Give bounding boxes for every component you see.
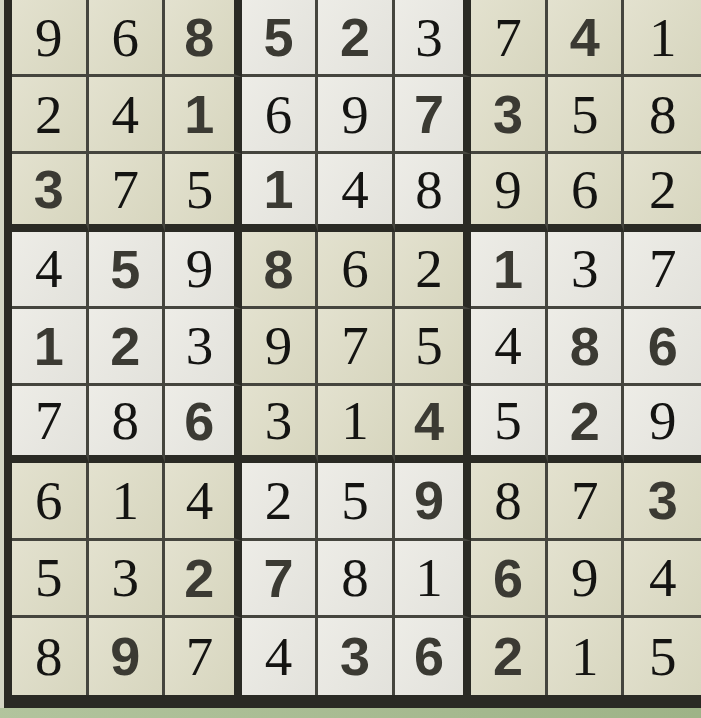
solution-digit: 7 (112, 162, 140, 217)
solution-digit: 2 (649, 162, 677, 217)
given-digit: 9 (414, 473, 444, 527)
cell-r9c3[interactable]: 7 (165, 618, 242, 695)
cell-r4c9[interactable]: 7 (624, 232, 701, 309)
cell-r5c2[interactable]: 2 (89, 309, 166, 386)
solution-digit: 9 (265, 318, 293, 373)
solution-digit: 8 (341, 550, 369, 605)
given-digit: 7 (414, 87, 444, 141)
solution-digit: 7 (649, 241, 677, 296)
cell-r5c4[interactable]: 9 (242, 309, 319, 386)
given-digit: 2 (493, 629, 523, 683)
given-digit: 9 (110, 629, 140, 683)
solution-digit: 1 (649, 10, 677, 65)
cell-r1c1[interactable]: 9 (12, 0, 89, 77)
given-digit: 6 (648, 319, 678, 373)
solution-digit: 1 (415, 550, 443, 605)
given-digit: 5 (110, 242, 140, 296)
cell-r4c8[interactable]: 3 (548, 232, 625, 309)
solution-digit: 8 (415, 162, 443, 217)
cell-r5c1[interactable]: 1 (12, 309, 89, 386)
cell-r9c8[interactable]: 1 (548, 618, 625, 695)
cell-r2c4[interactable]: 6 (242, 77, 319, 154)
cell-r6c4[interactable]: 3 (242, 386, 319, 463)
solution-digit: 1 (112, 473, 140, 528)
solution-digit: 6 (35, 473, 63, 528)
cell-r5c6[interactable]: 5 (395, 309, 472, 386)
cell-r6c7[interactable]: 5 (471, 386, 548, 463)
cell-r4c7[interactable]: 1 (471, 232, 548, 309)
given-digit: 6 (493, 551, 523, 605)
given-digit: 2 (340, 10, 370, 64)
cell-r8c9[interactable]: 4 (624, 541, 701, 618)
cell-r2c6[interactable]: 7 (395, 77, 472, 154)
cell-r6c9[interactable]: 9 (624, 386, 701, 463)
solution-digit: 2 (415, 241, 443, 296)
cell-r1c9[interactable]: 1 (624, 0, 701, 77)
cell-r1c7[interactable]: 7 (471, 0, 548, 77)
cell-r2c1[interactable]: 2 (12, 77, 89, 154)
cell-r8c3[interactable]: 2 (165, 541, 242, 618)
cell-r2c8[interactable]: 5 (548, 77, 625, 154)
cell-r5c3[interactable]: 3 (165, 309, 242, 386)
cell-r6c5[interactable]: 1 (318, 386, 395, 463)
solution-digit: 8 (494, 473, 522, 528)
cell-r7c4[interactable]: 2 (242, 463, 319, 540)
solution-digit: 5 (415, 318, 443, 373)
cell-r4c3[interactable]: 9 (165, 232, 242, 309)
cell-r7c1[interactable]: 6 (12, 463, 89, 540)
cell-r8c2[interactable]: 3 (89, 541, 166, 618)
cell-r5c7[interactable]: 4 (471, 309, 548, 386)
cell-r9c7[interactable]: 2 (471, 618, 548, 695)
cell-r5c9[interactable]: 6 (624, 309, 701, 386)
solution-digit: 7 (571, 473, 599, 528)
given-digit: 3 (493, 87, 523, 141)
given-digit: 8 (184, 10, 214, 64)
cell-r7c6[interactable]: 9 (395, 463, 472, 540)
cell-r4c2[interactable]: 5 (89, 232, 166, 309)
cell-r7c8[interactable]: 7 (548, 463, 625, 540)
cell-r7c9[interactable]: 3 (624, 463, 701, 540)
solution-digit: 3 (186, 318, 214, 373)
solution-digit: 9 (494, 162, 522, 217)
cell-r3c5[interactable]: 4 (318, 154, 395, 231)
given-digit: 3 (648, 473, 678, 527)
cell-r4c4[interactable]: 8 (242, 232, 319, 309)
cell-r6c2[interactable]: 8 (89, 386, 166, 463)
cell-r1c2[interactable]: 6 (89, 0, 166, 77)
given-digit: 3 (34, 162, 64, 216)
solution-digit: 4 (341, 162, 369, 217)
cell-r8c6[interactable]: 1 (395, 541, 472, 618)
cell-r2c3[interactable]: 1 (165, 77, 242, 154)
sudoku-board-frame: 9685237412416973583751489624598621371239… (4, 0, 701, 708)
cell-r7c5[interactable]: 5 (318, 463, 395, 540)
solution-digit: 5 (186, 162, 214, 217)
solution-digit: 5 (649, 629, 677, 684)
given-digit: 1 (184, 87, 214, 141)
given-digit: 2 (184, 551, 214, 605)
cell-r3c8[interactable]: 6 (548, 154, 625, 231)
cell-r2c9[interactable]: 8 (624, 77, 701, 154)
cell-r3c9[interactable]: 2 (624, 154, 701, 231)
given-digit: 2 (110, 319, 140, 373)
cell-r4c5[interactable]: 6 (318, 232, 395, 309)
solution-digit: 3 (265, 393, 293, 448)
solution-digit: 5 (341, 473, 369, 528)
cell-r3c1[interactable]: 3 (12, 154, 89, 231)
solution-digit: 3 (112, 550, 140, 605)
cell-r9c9[interactable]: 5 (624, 618, 701, 695)
solution-digit: 5 (494, 393, 522, 448)
given-digit: 6 (184, 394, 214, 448)
solution-digit: 4 (35, 241, 63, 296)
solution-digit: 9 (571, 550, 599, 605)
sudoku-board: 9685237412416973583751489624598621371239… (12, 0, 701, 695)
scanned-newspaper-page: 9685237412416973583751489624598621371239… (0, 0, 701, 718)
solution-digit: 7 (341, 318, 369, 373)
solution-digit: 6 (112, 10, 140, 65)
cell-r7c7[interactable]: 8 (471, 463, 548, 540)
cell-r3c2[interactable]: 7 (89, 154, 166, 231)
cell-r9c1[interactable]: 8 (12, 618, 89, 695)
cell-r4c6[interactable]: 2 (395, 232, 472, 309)
solution-digit: 5 (571, 87, 599, 142)
given-digit: 4 (414, 394, 444, 448)
cell-r1c3[interactable]: 8 (165, 0, 242, 77)
cell-r8c7[interactable]: 6 (471, 541, 548, 618)
solution-digit: 6 (265, 87, 293, 142)
given-digit: 4 (570, 10, 600, 64)
solution-digit: 3 (571, 241, 599, 296)
cell-r7c3[interactable]: 4 (165, 463, 242, 540)
cell-r1c8[interactable]: 4 (548, 0, 625, 77)
given-digit: 3 (340, 629, 370, 683)
solution-digit: 9 (341, 87, 369, 142)
solution-digit: 8 (649, 87, 677, 142)
given-digit: 1 (34, 319, 64, 373)
solution-digit: 5 (35, 550, 63, 605)
cell-r1c5[interactable]: 2 (318, 0, 395, 77)
given-digit: 1 (263, 162, 293, 216)
solution-digit: 7 (494, 10, 522, 65)
cell-r2c5[interactable]: 9 (318, 77, 395, 154)
cell-r3c6[interactable]: 8 (395, 154, 472, 231)
solution-digit: 1 (571, 629, 599, 684)
cell-r6c8[interactable]: 2 (548, 386, 625, 463)
cell-r6c6[interactable]: 4 (395, 386, 472, 463)
solution-digit: 4 (265, 629, 293, 684)
solution-digit: 8 (35, 629, 63, 684)
cell-r3c4[interactable]: 1 (242, 154, 319, 231)
cell-r1c4[interactable]: 5 (242, 0, 319, 77)
solution-digit: 1 (341, 393, 369, 448)
cell-r4c1[interactable]: 4 (12, 232, 89, 309)
solution-digit: 6 (341, 241, 369, 296)
given-digit: 1 (493, 242, 523, 296)
cell-r1c6[interactable]: 3 (395, 0, 472, 77)
cell-r9c4[interactable]: 4 (242, 618, 319, 695)
given-digit: 5 (263, 10, 293, 64)
cell-r9c5[interactable]: 3 (318, 618, 395, 695)
cell-r2c2[interactable]: 4 (89, 77, 166, 154)
given-digit: 2 (570, 394, 600, 448)
cell-r6c1[interactable]: 7 (12, 386, 89, 463)
solution-digit: 9 (186, 241, 214, 296)
cell-r9c2[interactable]: 9 (89, 618, 166, 695)
solution-digit: 9 (35, 10, 63, 65)
cell-r2c7[interactable]: 3 (471, 77, 548, 154)
solution-digit: 2 (35, 87, 63, 142)
cell-r6c3[interactable]: 6 (165, 386, 242, 463)
given-digit: 8 (570, 319, 600, 373)
cell-r5c5[interactable]: 7 (318, 309, 395, 386)
solution-digit: 4 (186, 473, 214, 528)
cell-r7c2[interactable]: 1 (89, 463, 166, 540)
cell-r9c6[interactable]: 6 (395, 618, 472, 695)
cell-r3c3[interactable]: 5 (165, 154, 242, 231)
solution-digit: 6 (571, 162, 599, 217)
given-digit: 8 (263, 242, 293, 296)
page-background-strip (0, 708, 701, 718)
given-digit: 7 (263, 551, 293, 605)
cell-r8c5[interactable]: 8 (318, 541, 395, 618)
solution-digit: 8 (112, 393, 140, 448)
solution-digit: 7 (186, 629, 214, 684)
cell-r8c1[interactable]: 5 (12, 541, 89, 618)
cell-r8c4[interactable]: 7 (242, 541, 319, 618)
solution-digit: 9 (649, 393, 677, 448)
given-digit: 6 (414, 629, 444, 683)
solution-digit: 4 (494, 318, 522, 373)
solution-digit: 7 (35, 393, 63, 448)
cell-r8c8[interactable]: 9 (548, 541, 625, 618)
cell-r5c8[interactable]: 8 (548, 309, 625, 386)
solution-digit: 4 (112, 87, 140, 142)
cell-r3c7[interactable]: 9 (471, 154, 548, 231)
solution-digit: 2 (265, 473, 293, 528)
solution-digit: 3 (415, 10, 443, 65)
solution-digit: 4 (649, 550, 677, 605)
